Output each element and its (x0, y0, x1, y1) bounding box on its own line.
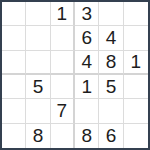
given-digit-cell-r6c2[interactable]: 8 (26, 124, 50, 148)
empty-cell-r1c1[interactable] (2, 2, 26, 26)
given-digit-cell-r4c4[interactable]: 1 (75, 75, 99, 99)
empty-cell-r1c6[interactable] (124, 2, 148, 26)
given-digit-cell-r2c5[interactable]: 4 (99, 26, 123, 50)
empty-cell-r5c1[interactable] (2, 99, 26, 123)
empty-cell-r5c5[interactable] (99, 99, 123, 123)
empty-cell-r2c1[interactable] (2, 26, 26, 50)
empty-cell-r2c2[interactable] (26, 26, 50, 50)
given-digit-cell-r3c4[interactable]: 4 (75, 51, 99, 75)
empty-cell-r3c3[interactable] (51, 51, 75, 75)
given-digit-cell-r4c5[interactable]: 5 (99, 75, 123, 99)
empty-cell-r6c3[interactable] (51, 124, 75, 148)
empty-cell-r4c1[interactable] (2, 75, 26, 99)
empty-cell-r3c2[interactable] (26, 51, 50, 75)
given-digit-cell-r3c6[interactable]: 1 (124, 51, 148, 75)
empty-cell-r6c6[interactable] (124, 124, 148, 148)
empty-cell-r6c1[interactable] (2, 124, 26, 148)
given-digit-cell-r6c5[interactable]: 6 (99, 124, 123, 148)
sudoku-board: 13644815157886 (0, 0, 150, 150)
empty-cell-r4c6[interactable] (124, 75, 148, 99)
given-digit-cell-r2c4[interactable]: 6 (75, 26, 99, 50)
empty-cell-r5c6[interactable] (124, 99, 148, 123)
given-digit-cell-r6c4[interactable]: 8 (75, 124, 99, 148)
empty-cell-r2c6[interactable] (124, 26, 148, 50)
empty-cell-r1c2[interactable] (26, 2, 50, 26)
empty-cell-r5c4[interactable] (75, 99, 99, 123)
empty-cell-r3c1[interactable] (2, 51, 26, 75)
given-digit-cell-r3c5[interactable]: 8 (99, 51, 123, 75)
empty-cell-r5c2[interactable] (26, 99, 50, 123)
given-digit-cell-r1c3[interactable]: 1 (51, 2, 75, 26)
given-digit-cell-r4c2[interactable]: 5 (26, 75, 50, 99)
empty-cell-r1c5[interactable] (99, 2, 123, 26)
sudoku-grid: 13644815157886 (2, 2, 148, 148)
given-digit-cell-r5c3[interactable]: 7 (51, 99, 75, 123)
empty-cell-r2c3[interactable] (51, 26, 75, 50)
given-digit-cell-r1c4[interactable]: 3 (75, 2, 99, 26)
empty-cell-r4c3[interactable] (51, 75, 75, 99)
